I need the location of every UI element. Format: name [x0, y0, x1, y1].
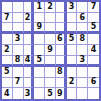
- cell-r9c3[interactable]: 3: [24, 88, 35, 99]
- cell-r4c4[interactable]: [34, 34, 45, 45]
- cell-r8c2[interactable]: 7: [13, 78, 24, 89]
- cell-r1c4[interactable]: 1: [34, 2, 45, 13]
- cell-r9c9[interactable]: [88, 88, 99, 99]
- cell-r5c7[interactable]: [67, 45, 78, 56]
- cell-r5c9[interactable]: 4: [88, 45, 99, 56]
- cell-r6c7[interactable]: [67, 56, 78, 67]
- cell-r6c4[interactable]: 5: [34, 56, 45, 67]
- cell-r3c6[interactable]: [56, 23, 67, 34]
- cell-r3c3[interactable]: [24, 23, 35, 34]
- cell-r7c4[interactable]: [34, 67, 45, 78]
- cell-r2c5[interactable]: [45, 13, 56, 24]
- cell-r7c9[interactable]: [88, 67, 99, 78]
- cell-r2c8[interactable]: 6: [77, 13, 88, 24]
- cell-r6c3[interactable]: 4: [24, 56, 35, 67]
- cell-r4c5[interactable]: [45, 34, 56, 45]
- cell-r6c8[interactable]: 3: [77, 56, 88, 67]
- cell-r3c1[interactable]: [2, 23, 13, 34]
- cell-r3c7[interactable]: [67, 23, 78, 34]
- cell-r8c7[interactable]: 2: [67, 78, 78, 89]
- cell-r1c8[interactable]: [77, 2, 88, 13]
- cell-r1c3[interactable]: [24, 2, 35, 13]
- cell-r8c8[interactable]: [77, 78, 88, 89]
- cell-r3c8[interactable]: [77, 23, 88, 34]
- cell-r4c2[interactable]: 3: [13, 34, 24, 45]
- cell-r5c1[interactable]: 2: [2, 45, 13, 56]
- cell-r1c2[interactable]: [13, 2, 24, 13]
- cell-r2c2[interactable]: [13, 13, 24, 24]
- cell-r9c7[interactable]: [67, 88, 78, 99]
- cell-r1c7[interactable]: 3: [67, 2, 78, 13]
- cell-r8c1[interactable]: [2, 78, 13, 89]
- cell-r7c5[interactable]: [45, 67, 56, 78]
- cell-r7c7[interactable]: [67, 67, 78, 78]
- cell-r2c3[interactable]: 2: [24, 13, 35, 24]
- cell-r7c8[interactable]: [77, 67, 88, 78]
- cell-r8c9[interactable]: 6: [88, 78, 99, 89]
- cell-r6c1[interactable]: [2, 56, 13, 67]
- cell-r8c5[interactable]: [45, 78, 56, 89]
- cell-r5c6[interactable]: [56, 45, 67, 56]
- cell-r9c2[interactable]: [13, 88, 24, 99]
- cell-r6c9[interactable]: [88, 56, 99, 67]
- cell-r1c9[interactable]: 7: [88, 2, 99, 13]
- cell-r2c7[interactable]: [67, 13, 78, 24]
- cell-r7c6[interactable]: 8: [56, 67, 67, 78]
- cell-r1c1[interactable]: [2, 2, 13, 13]
- cell-r8c3[interactable]: [24, 78, 35, 89]
- cell-r5c5[interactable]: 9: [45, 45, 56, 56]
- cell-r3c5[interactable]: [45, 23, 56, 34]
- cell-r4c3[interactable]: [24, 34, 35, 45]
- cell-r8c4[interactable]: [34, 78, 45, 89]
- cell-r1c6[interactable]: [56, 2, 67, 13]
- cell-r4c6[interactable]: 6: [56, 34, 67, 45]
- cell-r7c1[interactable]: 5: [2, 67, 13, 78]
- cell-r4c1[interactable]: [2, 34, 13, 45]
- cell-r2c6[interactable]: [56, 13, 67, 24]
- cell-r7c2[interactable]: [13, 67, 24, 78]
- cell-r3c4[interactable]: 9: [34, 23, 45, 34]
- cell-r6c5[interactable]: [45, 56, 56, 67]
- cell-r9c5[interactable]: 5: [45, 88, 56, 99]
- sudoku-board: 12377269536582948453587264359: [0, 0, 101, 101]
- cell-r8c6[interactable]: [56, 78, 67, 89]
- cell-r4c9[interactable]: [88, 34, 99, 45]
- cell-r9c1[interactable]: 4: [2, 88, 13, 99]
- cell-r3c2[interactable]: [13, 23, 24, 34]
- cell-r9c8[interactable]: [77, 88, 88, 99]
- cell-r1c5[interactable]: 2: [45, 2, 56, 13]
- cell-r4c8[interactable]: 8: [77, 34, 88, 45]
- cell-r7c3[interactable]: [24, 67, 35, 78]
- cell-r9c6[interactable]: 9: [56, 88, 67, 99]
- cell-r3c9[interactable]: 5: [88, 23, 99, 34]
- cell-r4c7[interactable]: 5: [67, 34, 78, 45]
- cell-r6c6[interactable]: [56, 56, 67, 67]
- cell-r2c1[interactable]: 7: [2, 13, 13, 24]
- cell-r9c4[interactable]: [34, 88, 45, 99]
- cell-r6c2[interactable]: 8: [13, 56, 24, 67]
